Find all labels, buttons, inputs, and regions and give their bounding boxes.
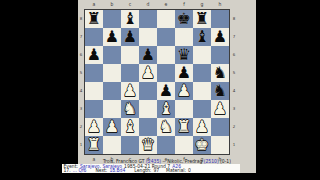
square-g8: ♜ [193,10,211,28]
file-label-g: g [193,1,211,8]
black-pawn: ♟ [87,46,101,64]
square-g7: ♝ [193,28,211,46]
file-label-a: a [85,1,103,8]
black-rook: ♜ [87,10,101,28]
square-a1: ♜ [85,136,103,154]
black-knight: ♞ [213,82,227,100]
square-c3: ♞ [121,100,139,118]
square-b8 [103,10,121,28]
length-label: Length: [134,169,151,174]
material-value: 0 [188,169,191,174]
white-rook: ♜ [177,118,191,136]
last-move[interactable]: ... Qf6 [73,169,87,174]
square-d7 [139,28,157,46]
square-h1 [211,136,229,154]
square-d1: ♛ [139,136,157,154]
square-f7 [175,28,193,46]
square-a7 [85,28,103,46]
square-f6: ♛ [175,46,193,64]
black-queen: ♛ [177,46,191,64]
square-d8 [139,10,157,28]
square-d3 [139,100,157,118]
chess-board: ♜♝♚♜♟♟♝♟♟♟♛♟♟♞♟♟♟♞♞♝♟♟♟♝♞♜♟♜♛♚ [84,9,230,155]
square-g5 [193,64,211,82]
black-rook: ♜ [195,10,209,28]
white-queen: ♛ [141,136,155,154]
file-labels-top: abcdefgh [85,1,229,8]
rank-labels-right: 87654321 [231,10,237,154]
info-strip-text: Event: Sarajevo, Sarajevo 1985-04-21 Rou… [62,164,241,173]
square-g4 [193,82,211,100]
square-g1: ♚ [193,136,211,154]
square-e4: ♟ [157,82,175,100]
screenshot-frame: abcdefgh 87654321 87654321 abcdefgh ♜♝♚♜… [0,0,320,180]
file-label-b: b [103,1,121,8]
square-c5 [121,64,139,82]
file-label-e: e [157,1,175,8]
square-c8: ♝ [121,10,139,28]
next-move[interactable]: 18.Bd4 [109,169,125,174]
white-knight: ♞ [123,100,137,118]
rank-label-1: 1 [231,136,237,154]
square-d4 [139,82,157,100]
game-result: (0-1) [220,159,231,164]
square-a8: ♜ [85,10,103,28]
black-bishop: ♝ [123,10,137,28]
move-number: 17. [64,169,71,174]
square-d5: ♟ [139,64,157,82]
square-a4 [85,82,103,100]
white-knight: ♞ [159,118,173,136]
black-bishop: ♝ [195,28,209,46]
square-b2: ♟ [103,118,121,136]
file-labels-top-row: abcdefgh [85,1,229,8]
square-c2: ♝ [121,118,139,136]
square-a6: ♟ [85,46,103,64]
square-g6 [193,46,211,64]
rank-label-2: 2 [231,118,237,136]
white-bishop: ♝ [123,118,137,136]
square-h3: ♟ [211,100,229,118]
rank-label-5: 5 [231,64,237,82]
square-h6 [211,46,229,64]
square-g3 [193,100,211,118]
square-d6: ♟ [139,46,157,64]
white-pawn: ♟ [177,82,191,100]
square-b1 [103,136,121,154]
square-f2: ♜ [175,118,193,136]
square-g2: ♟ [193,118,211,136]
white-rook: ♜ [87,136,101,154]
square-c7: ♟ [121,28,139,46]
black-knight: ♞ [213,64,227,82]
rank-label-4: 4 [231,82,237,100]
square-c6 [121,46,139,64]
black-pawn: ♟ [213,28,227,46]
square-e1 [157,136,175,154]
square-e3: ♝ [157,100,175,118]
black-pawn: ♟ [177,64,191,82]
square-b6 [103,46,121,64]
square-f8: ♚ [175,10,193,28]
file-label-c: c [121,1,139,8]
square-b5 [103,64,121,82]
white-pawn: ♟ [87,118,101,136]
square-e2: ♞ [157,118,175,136]
white-pawn: ♟ [141,64,155,82]
black-pawn: ♟ [105,28,119,46]
square-b3 [103,100,121,118]
file-label-d: d [139,1,157,8]
square-h2 [211,118,229,136]
square-c4: ♟ [121,82,139,100]
square-h5: ♞ [211,64,229,82]
square-b4 [103,82,121,100]
square-e5 [157,64,175,82]
square-h8 [211,10,229,28]
rank-label-3: 3 [231,100,237,118]
move-line: 17. ... Qf6 Next: 18.Bd4 Length: 97 Mate… [64,169,240,174]
square-f3 [175,100,193,118]
square-h7: ♟ [211,28,229,46]
rank-label-7: 7 [231,28,237,46]
rank-label-8: 8 [231,10,237,28]
white-pawn: ♟ [195,118,209,136]
black-pawn: ♟ [159,82,173,100]
square-b7: ♟ [103,28,121,46]
square-e6 [157,46,175,64]
black-pawn: ♟ [141,46,155,64]
file-label-h: h [211,1,229,8]
rank-label-6: 6 [231,46,237,64]
white-pawn: ♟ [213,100,227,118]
square-f5: ♟ [175,64,193,82]
black-king: ♚ [177,10,191,28]
black-pawn: ♟ [123,28,137,46]
white-pawn: ♟ [105,118,119,136]
square-h4: ♞ [211,82,229,100]
square-a3 [85,100,103,118]
square-f1 [175,136,193,154]
square-c1 [121,136,139,154]
white-king: ♚ [195,136,209,154]
square-d2 [139,118,157,136]
white-pawn: ♟ [123,82,137,100]
square-e8 [157,10,175,28]
square-f4: ♟ [175,82,193,100]
length-value: 97 [153,169,159,174]
info-strip: Event: Sarajevo, Sarajevo 1985-04-21 Rou… [62,164,240,173]
square-e7 [157,28,175,46]
square-a5 [85,64,103,82]
material-label: Material: [166,169,186,174]
square-a2: ♟ [85,118,103,136]
rank-labels-right-col: 87654321 [231,10,237,154]
white-bishop: ♝ [159,100,173,118]
file-label-f: f [175,1,193,8]
black-player-rating[interactable]: (2510) [204,159,219,164]
next-label: Next: [95,169,107,174]
